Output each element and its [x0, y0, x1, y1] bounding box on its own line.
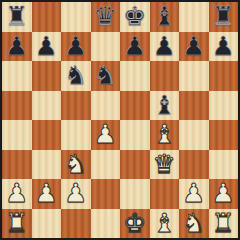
square-c8[interactable]: [61, 2, 91, 32]
square-a3[interactable]: [2, 150, 32, 180]
square-g5[interactable]: [179, 91, 209, 121]
square-g6[interactable]: [179, 61, 209, 91]
white-bishop: ♝: [153, 209, 176, 238]
black-bishop: ♝: [153, 2, 176, 31]
square-f3[interactable]: ♛: [150, 150, 180, 180]
square-g3[interactable]: [179, 150, 209, 180]
square-h6[interactable]: [209, 61, 239, 91]
square-c5[interactable]: [61, 91, 91, 121]
white-pawn: ♟: [64, 179, 87, 208]
black-pawn: ♟: [35, 32, 58, 61]
square-c6[interactable]: ♞: [61, 61, 91, 91]
black-rook: ♜: [212, 2, 235, 31]
white-queen: ♛: [153, 150, 176, 179]
white-pawn: ♟: [35, 179, 58, 208]
black-pawn: ♟: [212, 32, 235, 61]
square-a4[interactable]: [2, 120, 32, 150]
square-d7[interactable]: [91, 32, 121, 62]
black-rook: ♜: [5, 2, 28, 31]
square-c4[interactable]: [61, 120, 91, 150]
black-pawn: ♟: [64, 32, 87, 61]
black-pawn: ♟: [182, 32, 205, 61]
square-h3[interactable]: [209, 150, 239, 180]
square-h8[interactable]: ♜: [209, 2, 239, 32]
square-b2[interactable]: ♟: [32, 179, 62, 209]
square-a1[interactable]: ♜: [2, 209, 32, 239]
square-b3[interactable]: [32, 150, 62, 180]
square-g7[interactable]: ♟: [179, 32, 209, 62]
white-rook: ♜: [5, 209, 28, 238]
square-e6[interactable]: [120, 61, 150, 91]
white-pawn: ♟: [94, 120, 117, 149]
square-h4[interactable]: [209, 120, 239, 150]
square-h5[interactable]: [209, 91, 239, 121]
white-rook: ♜: [212, 209, 235, 238]
square-d2[interactable]: [91, 179, 121, 209]
square-b6[interactable]: [32, 61, 62, 91]
square-a8[interactable]: ♜: [2, 2, 32, 32]
square-h7[interactable]: ♟: [209, 32, 239, 62]
square-f8[interactable]: ♝: [150, 2, 180, 32]
square-h2[interactable]: ♟: [209, 179, 239, 209]
square-a6[interactable]: [2, 61, 32, 91]
square-c3[interactable]: ♞: [61, 150, 91, 180]
square-b4[interactable]: [32, 120, 62, 150]
square-f5[interactable]: ♝: [150, 91, 180, 121]
square-e7[interactable]: ♟: [120, 32, 150, 62]
white-pawn: ♟: [182, 179, 205, 208]
square-f2[interactable]: [150, 179, 180, 209]
square-c1[interactable]: [61, 209, 91, 239]
square-e5[interactable]: [120, 91, 150, 121]
square-d4[interactable]: ♟: [91, 120, 121, 150]
square-e1[interactable]: ♚: [120, 209, 150, 239]
square-a2[interactable]: ♟: [2, 179, 32, 209]
white-pawn: ♟: [5, 179, 28, 208]
black-bishop: ♝: [153, 91, 176, 120]
white-knight: ♞: [64, 150, 87, 179]
white-pawn: ♟: [212, 179, 235, 208]
square-g2[interactable]: ♟: [179, 179, 209, 209]
square-d1[interactable]: [91, 209, 121, 239]
white-king: ♚: [123, 209, 146, 238]
black-pawn: ♟: [153, 32, 176, 61]
square-b8[interactable]: [32, 2, 62, 32]
square-g4[interactable]: [179, 120, 209, 150]
square-d3[interactable]: [91, 150, 121, 180]
square-a5[interactable]: [2, 91, 32, 121]
square-b5[interactable]: [32, 91, 62, 121]
black-pawn: ♟: [123, 32, 146, 61]
square-c2[interactable]: ♟: [61, 179, 91, 209]
square-c7[interactable]: ♟: [61, 32, 91, 62]
square-d5[interactable]: [91, 91, 121, 121]
square-e8[interactable]: ♚: [120, 2, 150, 32]
black-king: ♚: [123, 2, 146, 31]
white-bishop: ♝: [153, 120, 176, 149]
chess-board: ♜♛♚♝♜♟♟♟♟♟♟♟♞♞♝♟♝♞♛♟♟♟♟♟♜♚♝♞♜: [2, 2, 238, 238]
square-e3[interactable]: [120, 150, 150, 180]
square-e4[interactable]: [120, 120, 150, 150]
square-e2[interactable]: [120, 179, 150, 209]
black-pawn: ♟: [5, 32, 28, 61]
black-queen: ♛: [94, 2, 117, 31]
square-b7[interactable]: ♟: [32, 32, 62, 62]
black-knight: ♞: [94, 61, 117, 90]
square-f1[interactable]: ♝: [150, 209, 180, 239]
chess-board-frame: ♜♛♚♝♜♟♟♟♟♟♟♟♞♞♝♟♝♞♛♟♟♟♟♟♜♚♝♞♜: [0, 0, 240, 240]
square-f7[interactable]: ♟: [150, 32, 180, 62]
square-a7[interactable]: ♟: [2, 32, 32, 62]
square-d6[interactable]: ♞: [91, 61, 121, 91]
white-knight: ♞: [182, 209, 205, 238]
square-f4[interactable]: ♝: [150, 120, 180, 150]
black-knight: ♞: [64, 61, 87, 90]
square-g1[interactable]: ♞: [179, 209, 209, 239]
square-h1[interactable]: ♜: [209, 209, 239, 239]
square-d8[interactable]: ♛: [91, 2, 121, 32]
square-f6[interactable]: [150, 61, 180, 91]
square-g8[interactable]: [179, 2, 209, 32]
square-b1[interactable]: [32, 209, 62, 239]
